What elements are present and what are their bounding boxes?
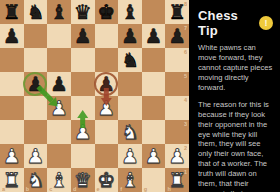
square-c2[interactable]	[47, 144, 71, 168]
white-queen-d1[interactable]: ♛	[74, 168, 92, 192]
square-e6[interactable]	[95, 48, 119, 72]
black-bishop-f8[interactable]: ♝	[121, 0, 139, 24]
square-e4[interactable]: ♟	[95, 96, 119, 120]
square-f2[interactable]: ♟	[118, 144, 142, 168]
white-pawn-f2[interactable]: ♟	[121, 144, 139, 168]
square-b1[interactable]: b♞	[24, 168, 48, 192]
square-c3[interactable]	[47, 120, 71, 144]
square-d4[interactable]	[71, 96, 95, 120]
square-f4[interactable]	[118, 96, 142, 120]
square-f7[interactable]: ♟	[118, 24, 142, 48]
square-e8[interactable]: ♚	[95, 0, 119, 24]
black-pawn-d7[interactable]: ♟	[74, 24, 92, 48]
white-knight-b1[interactable]: ♞	[26, 168, 44, 192]
black-pawn-e5[interactable]: ♟	[97, 72, 115, 96]
lightbulb-tip-icon: !	[259, 16, 273, 30]
white-knight-f3[interactable]: ♞	[121, 120, 139, 144]
white-pawn-b2[interactable]: ♟	[26, 144, 44, 168]
square-h7[interactable]: 7♟	[165, 24, 189, 48]
square-a3[interactable]	[0, 120, 24, 144]
black-bishop-c8[interactable]: ♝	[50, 0, 68, 24]
black-rook-a8[interactable]: ♜	[3, 0, 21, 24]
square-f8[interactable]: ♝	[118, 0, 142, 24]
tip-icon-glyph: !	[265, 16, 268, 30]
square-g1[interactable]: g	[142, 168, 166, 192]
square-c5[interactable]: ♟	[47, 72, 71, 96]
white-pawn-a2[interactable]: ♟	[3, 144, 21, 168]
square-f1[interactable]: f♝	[118, 168, 142, 192]
square-g5[interactable]	[142, 72, 166, 96]
square-e2[interactable]	[95, 144, 119, 168]
square-e5[interactable]: ♟	[95, 72, 119, 96]
square-f6[interactable]: ♞	[118, 48, 142, 72]
square-g6[interactable]	[142, 48, 166, 72]
coord-rank-5: 5	[184, 73, 187, 79]
square-g3[interactable]	[142, 120, 166, 144]
square-c8[interactable]: ♝	[47, 0, 71, 24]
square-h2[interactable]: 2♟	[165, 144, 189, 168]
square-d1[interactable]: d♛	[71, 168, 95, 192]
black-pawn-g7[interactable]: ♟	[145, 24, 163, 48]
white-rook-a1[interactable]: ♜	[3, 168, 21, 192]
square-b7[interactable]	[24, 24, 48, 48]
black-pawn-f7[interactable]: ♟	[121, 24, 139, 48]
square-d6[interactable]	[71, 48, 95, 72]
square-h6[interactable]: 6	[165, 48, 189, 72]
square-c7[interactable]	[47, 24, 71, 48]
square-b3[interactable]	[24, 120, 48, 144]
square-h5[interactable]: 5	[165, 72, 189, 96]
square-b2[interactable]: ♟	[24, 144, 48, 168]
square-f5[interactable]	[118, 72, 142, 96]
tip-paragraph-1: White pawns can move forward, they canno…	[198, 43, 273, 93]
square-h4[interactable]: 4	[165, 96, 189, 120]
square-g8[interactable]	[142, 0, 166, 24]
white-pawn-c4[interactable]: ♟	[50, 96, 68, 120]
square-g4[interactable]	[142, 96, 166, 120]
square-e3[interactable]	[95, 120, 119, 144]
square-b6[interactable]	[24, 48, 48, 72]
square-a6[interactable]	[0, 48, 24, 72]
white-pawn-h2[interactable]: ♟	[168, 144, 186, 168]
coord-rank-4: 4	[184, 97, 187, 103]
black-pawn-a7[interactable]: ♟	[3, 24, 21, 48]
square-c4[interactable]: ♟	[47, 96, 71, 120]
white-bishop-c1[interactable]: ♝	[50, 168, 68, 192]
white-pawn-g2[interactable]: ♟	[145, 144, 163, 168]
square-c1[interactable]: c♝	[47, 168, 71, 192]
square-b5[interactable]: ♟	[24, 72, 48, 96]
square-b8[interactable]: ♞	[24, 0, 48, 24]
square-a7[interactable]: ♟	[0, 24, 24, 48]
white-king-e1[interactable]: ♚	[97, 168, 115, 192]
coord-rank-6: 6	[184, 49, 187, 55]
coord-file-g: g	[144, 186, 147, 192]
tip-header: Chess Tip !	[198, 8, 273, 38]
black-knight-f6[interactable]: ♞	[121, 48, 139, 72]
square-a4[interactable]	[0, 96, 24, 120]
square-h1[interactable]: 1h♜	[165, 168, 189, 192]
black-rook-h8[interactable]: ♜	[168, 0, 186, 24]
square-a5[interactable]	[0, 72, 24, 96]
chess-tip-app: ♜♞♝♛♚♝8♜♟♟♟♟7♟♞6♟♟♟5♟♟4♟♞3♟♟♟♟2♟a♜b♞c♝d♛…	[0, 0, 280, 192]
square-d5[interactable]	[71, 72, 95, 96]
square-h3[interactable]: 3	[165, 120, 189, 144]
square-a8[interactable]: ♜	[0, 0, 24, 24]
chess-board[interactable]: ♜♞♝♛♚♝8♜♟♟♟♟7♟♞6♟♟♟5♟♟4♟♞3♟♟♟♟2♟a♜b♞c♝d♛…	[0, 0, 189, 192]
panel-title: Chess Tip	[198, 8, 254, 38]
square-d8[interactable]: ♛	[71, 0, 95, 24]
white-rook-h1[interactable]: ♜	[168, 168, 186, 192]
square-h8[interactable]: 8♜	[165, 0, 189, 24]
square-c6[interactable]	[47, 48, 71, 72]
square-g7[interactable]: ♟	[142, 24, 166, 48]
black-knight-b8[interactable]: ♞	[26, 0, 44, 24]
black-queen-d8[interactable]: ♛	[74, 0, 92, 24]
square-e1[interactable]: e♚	[95, 168, 119, 192]
black-pawn-h7[interactable]: ♟	[168, 24, 186, 48]
white-pawn-d3[interactable]: ♟	[74, 120, 92, 144]
square-g2[interactable]: ♟	[142, 144, 166, 168]
black-pawn-c5[interactable]: ♟	[50, 72, 68, 96]
square-f3[interactable]: ♞	[118, 120, 142, 144]
black-king-e8[interactable]: ♚	[97, 0, 115, 24]
square-d2[interactable]	[71, 144, 95, 168]
square-a2[interactable]: ♟	[0, 144, 24, 168]
white-bishop-f1[interactable]: ♝	[121, 168, 139, 192]
black-pawn-b5[interactable]: ♟	[26, 72, 44, 96]
square-d3[interactable]: ♟	[71, 120, 95, 144]
square-b4[interactable]	[24, 96, 48, 120]
square-a1[interactable]: a♜	[0, 168, 24, 192]
coord-rank-3: 3	[184, 121, 187, 127]
white-pawn-e4[interactable]: ♟	[97, 96, 115, 120]
square-d7[interactable]: ♟	[71, 24, 95, 48]
tip-paragraph-2: The reason for this is because if they l…	[198, 100, 273, 192]
square-e7[interactable]	[95, 24, 119, 48]
tip-panel: Chess Tip ! White pawns can move forward…	[189, 0, 280, 192]
board-area: ♜♞♝♛♚♝8♜♟♟♟♟7♟♞6♟♟♟5♟♟4♟♞3♟♟♟♟2♟a♜b♞c♝d♛…	[0, 0, 189, 192]
